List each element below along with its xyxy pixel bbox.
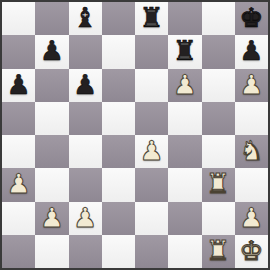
square-d1[interactable] <box>102 235 135 268</box>
square-f2[interactable] <box>168 202 201 235</box>
square-e1[interactable] <box>135 235 168 268</box>
square-h4[interactable]: ♞ <box>235 135 268 168</box>
square-b5[interactable] <box>35 102 68 135</box>
square-a2[interactable] <box>2 202 35 235</box>
square-e7[interactable] <box>135 35 168 68</box>
square-g6[interactable] <box>202 69 235 102</box>
square-e2[interactable] <box>135 202 168 235</box>
square-e8[interactable]: ♜ <box>135 2 168 35</box>
square-c3[interactable] <box>69 168 102 201</box>
square-h6[interactable]: ♟ <box>235 69 268 102</box>
square-h5[interactable] <box>235 102 268 135</box>
square-d4[interactable] <box>102 135 135 168</box>
square-h8[interactable]: ♚ <box>235 2 268 35</box>
square-b7[interactable]: ♟ <box>35 35 68 68</box>
square-c6[interactable]: ♟ <box>69 69 102 102</box>
square-f8[interactable] <box>168 2 201 35</box>
square-f7[interactable]: ♜ <box>168 35 201 68</box>
black-rook[interactable]: ♜ <box>140 4 164 31</box>
white-pawn[interactable]: ♟ <box>40 204 64 231</box>
white-pawn[interactable]: ♟ <box>173 71 197 98</box>
black-bishop[interactable]: ♝ <box>73 4 97 31</box>
square-a8[interactable] <box>2 2 35 35</box>
square-g4[interactable] <box>202 135 235 168</box>
white-pawn[interactable]: ♟ <box>73 204 97 231</box>
square-b6[interactable] <box>35 69 68 102</box>
square-c7[interactable] <box>69 35 102 68</box>
square-f6[interactable]: ♟ <box>168 69 201 102</box>
black-rook[interactable]: ♜ <box>173 37 197 64</box>
square-g2[interactable] <box>202 202 235 235</box>
square-e3[interactable] <box>135 168 168 201</box>
square-b4[interactable] <box>35 135 68 168</box>
black-king[interactable]: ♚ <box>239 4 263 31</box>
white-pawn[interactable]: ♟ <box>7 170 31 197</box>
square-c8[interactable]: ♝ <box>69 2 102 35</box>
square-e6[interactable] <box>135 69 168 102</box>
square-a4[interactable] <box>2 135 35 168</box>
square-e5[interactable] <box>135 102 168 135</box>
white-rook[interactable]: ♜ <box>206 237 230 264</box>
square-f3[interactable] <box>168 168 201 201</box>
square-f4[interactable] <box>168 135 201 168</box>
square-d7[interactable] <box>102 35 135 68</box>
black-pawn[interactable]: ♟ <box>40 37 64 64</box>
square-a3[interactable]: ♟ <box>2 168 35 201</box>
black-pawn[interactable]: ♟ <box>7 71 31 98</box>
square-c5[interactable] <box>69 102 102 135</box>
square-g7[interactable] <box>202 35 235 68</box>
white-pawn[interactable]: ♟ <box>140 137 164 164</box>
white-pawn[interactable]: ♟ <box>239 204 263 231</box>
square-f1[interactable] <box>168 235 201 268</box>
square-f5[interactable] <box>168 102 201 135</box>
square-a1[interactable] <box>2 235 35 268</box>
square-d2[interactable] <box>102 202 135 235</box>
square-c1[interactable] <box>69 235 102 268</box>
square-d5[interactable] <box>102 102 135 135</box>
white-knight[interactable]: ♞ <box>239 137 263 164</box>
square-b8[interactable] <box>35 2 68 35</box>
square-h2[interactable]: ♟ <box>235 202 268 235</box>
square-a6[interactable]: ♟ <box>2 69 35 102</box>
square-g1[interactable]: ♜ <box>202 235 235 268</box>
black-pawn[interactable]: ♟ <box>239 37 263 64</box>
square-g3[interactable]: ♜ <box>202 168 235 201</box>
white-rook[interactable]: ♜ <box>206 170 230 197</box>
square-c2[interactable]: ♟ <box>69 202 102 235</box>
square-h7[interactable]: ♟ <box>235 35 268 68</box>
square-b3[interactable] <box>35 168 68 201</box>
white-pawn[interactable]: ♟ <box>239 71 263 98</box>
square-g5[interactable] <box>202 102 235 135</box>
black-pawn[interactable]: ♟ <box>73 71 97 98</box>
square-d3[interactable] <box>102 168 135 201</box>
square-a7[interactable] <box>2 35 35 68</box>
square-a5[interactable] <box>2 102 35 135</box>
square-b2[interactable]: ♟ <box>35 202 68 235</box>
square-c4[interactable] <box>69 135 102 168</box>
square-b1[interactable] <box>35 235 68 268</box>
square-h3[interactable] <box>235 168 268 201</box>
chess-board: ♝♜♚♟♜♟♟♟♟♟♟♞♟♜♟♟♟♜♚ <box>0 0 270 270</box>
square-h1[interactable]: ♚ <box>235 235 268 268</box>
square-g8[interactable] <box>202 2 235 35</box>
square-d8[interactable] <box>102 2 135 35</box>
square-d6[interactable] <box>102 69 135 102</box>
square-e4[interactable]: ♟ <box>135 135 168 168</box>
white-king[interactable]: ♚ <box>239 237 263 264</box>
